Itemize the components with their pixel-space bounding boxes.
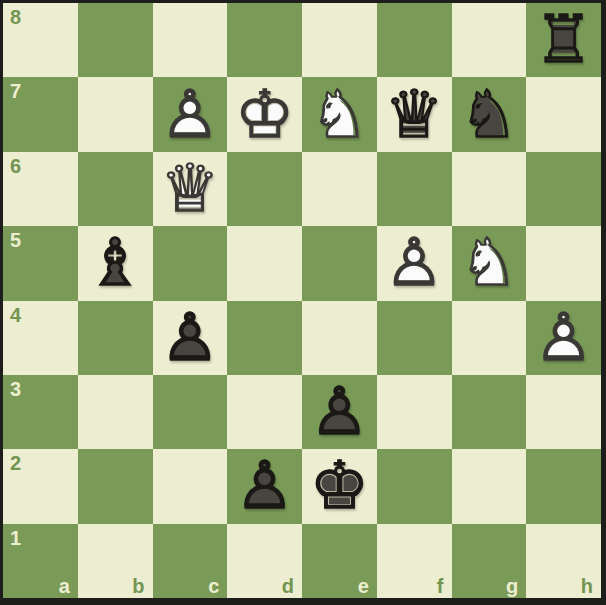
square-g5[interactable]: ♞♘ (452, 226, 527, 300)
piece-white-pawn-f5[interactable]: ♟♙ (377, 226, 452, 300)
file-label-d: d (282, 576, 294, 596)
file-label-f: f (437, 576, 444, 596)
piece-black-pawn-d2[interactable]: ♟♙ (227, 449, 302, 523)
square-f5[interactable]: ♟♙ (377, 226, 452, 300)
square-c1[interactable]: c (153, 524, 228, 598)
square-d4[interactable] (227, 301, 302, 375)
square-c8[interactable] (153, 3, 228, 77)
square-f8[interactable] (377, 3, 452, 77)
piece-black-queen-f7[interactable]: ♛♕ (377, 77, 452, 151)
square-g4[interactable] (452, 301, 527, 375)
square-g1[interactable]: g (452, 524, 527, 598)
square-b7[interactable] (78, 77, 153, 151)
square-a4[interactable]: 4 (3, 301, 78, 375)
square-h8[interactable]: ♜♖ (526, 3, 601, 77)
piece-white-pawn-h4[interactable]: ♟♙ (526, 301, 601, 375)
file-label-b: b (132, 576, 144, 596)
square-e2[interactable]: ♚♔ (302, 449, 377, 523)
piece-black-king-e2[interactable]: ♚♔ (302, 449, 377, 523)
square-d2[interactable]: ♟♙ (227, 449, 302, 523)
piece-white-king-d7[interactable]: ♚♔ (227, 77, 302, 151)
square-d5[interactable] (227, 226, 302, 300)
square-a1[interactable]: 1a (3, 524, 78, 598)
file-label-g: g (506, 576, 518, 596)
square-b6[interactable] (78, 152, 153, 226)
square-h2[interactable] (526, 449, 601, 523)
file-label-h: h (581, 576, 593, 596)
square-g7[interactable]: ♞♘ (452, 77, 527, 151)
piece-black-pawn-c4[interactable]: ♟♙ (153, 301, 228, 375)
square-d7[interactable]: ♚♔ (227, 77, 302, 151)
piece-white-queen-c6[interactable]: ♛♕ (153, 152, 228, 226)
square-b5[interactable]: ♝♗ (78, 226, 153, 300)
square-a7[interactable]: 7 (3, 77, 78, 151)
square-f6[interactable] (377, 152, 452, 226)
square-e8[interactable] (302, 3, 377, 77)
square-h5[interactable] (526, 226, 601, 300)
piece-white-pawn-c7[interactable]: ♟♙ (153, 77, 228, 151)
piece-white-knight-g5[interactable]: ♞♘ (452, 226, 527, 300)
square-h7[interactable] (526, 77, 601, 151)
square-d1[interactable]: d (227, 524, 302, 598)
square-h6[interactable] (526, 152, 601, 226)
rank-label-1: 1 (10, 528, 21, 548)
square-c2[interactable] (153, 449, 228, 523)
square-g6[interactable] (452, 152, 527, 226)
piece-black-rook-h8[interactable]: ♜♖ (526, 3, 601, 77)
square-h1[interactable]: h (526, 524, 601, 598)
square-e1[interactable]: e (302, 524, 377, 598)
square-f1[interactable]: f (377, 524, 452, 598)
square-a5[interactable]: 5 (3, 226, 78, 300)
square-c7[interactable]: ♟♙ (153, 77, 228, 151)
square-e3[interactable]: ♟♙ (302, 375, 377, 449)
rank-label-8: 8 (10, 7, 21, 27)
piece-black-bishop-b5[interactable]: ♝♗ (78, 226, 153, 300)
file-label-c: c (208, 576, 219, 596)
piece-white-knight-e7[interactable]: ♞♘ (302, 77, 377, 151)
square-a2[interactable]: 2 (3, 449, 78, 523)
square-e6[interactable] (302, 152, 377, 226)
square-d6[interactable] (227, 152, 302, 226)
square-g2[interactable] (452, 449, 527, 523)
square-a6[interactable]: 6 (3, 152, 78, 226)
square-d8[interactable] (227, 3, 302, 77)
square-g3[interactable] (452, 375, 527, 449)
square-g8[interactable] (452, 3, 527, 77)
square-e4[interactable] (302, 301, 377, 375)
rank-label-7: 7 (10, 81, 21, 101)
board-frame: 8♜♖7♟♙♚♔♞♘♛♕♞♘6♛♕5♝♗♟♙♞♘4♟♙♟♙3♟♙2♟♙♚♔1ab… (0, 0, 606, 605)
square-c3[interactable] (153, 375, 228, 449)
file-label-e: e (358, 576, 369, 596)
rank-label-6: 6 (10, 156, 21, 176)
rank-label-5: 5 (10, 230, 21, 250)
square-f2[interactable] (377, 449, 452, 523)
square-b1[interactable]: b (78, 524, 153, 598)
square-f4[interactable] (377, 301, 452, 375)
piece-black-knight-g7[interactable]: ♞♘ (452, 77, 527, 151)
square-b2[interactable] (78, 449, 153, 523)
square-h4[interactable]: ♟♙ (526, 301, 601, 375)
square-e7[interactable]: ♞♘ (302, 77, 377, 151)
square-b4[interactable] (78, 301, 153, 375)
square-c4[interactable]: ♟♙ (153, 301, 228, 375)
piece-black-pawn-e3[interactable]: ♟♙ (302, 375, 377, 449)
rank-label-2: 2 (10, 453, 21, 473)
square-f3[interactable] (377, 375, 452, 449)
square-h3[interactable] (526, 375, 601, 449)
chess-board: 8♜♖7♟♙♚♔♞♘♛♕♞♘6♛♕5♝♗♟♙♞♘4♟♙♟♙3♟♙2♟♙♚♔1ab… (3, 3, 601, 598)
square-a8[interactable]: 8 (3, 3, 78, 77)
square-f7[interactable]: ♛♕ (377, 77, 452, 151)
square-b3[interactable] (78, 375, 153, 449)
square-d3[interactable] (227, 375, 302, 449)
rank-label-4: 4 (10, 305, 21, 325)
file-label-a: a (59, 576, 70, 596)
square-c5[interactable] (153, 226, 228, 300)
square-c6[interactable]: ♛♕ (153, 152, 228, 226)
square-b8[interactable] (78, 3, 153, 77)
square-a3[interactable]: 3 (3, 375, 78, 449)
square-e5[interactable] (302, 226, 377, 300)
rank-label-3: 3 (10, 379, 21, 399)
